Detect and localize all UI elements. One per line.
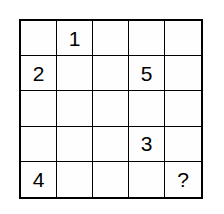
grid-cell-r3c3 bbox=[93, 91, 129, 126]
grid-cell-r1c1 bbox=[21, 21, 57, 56]
grid-cell-r4c1 bbox=[21, 127, 57, 162]
grid-cell-r4c3 bbox=[93, 127, 129, 162]
grid-cell-r2c5 bbox=[165, 56, 201, 91]
grid-cell-r1c5 bbox=[165, 21, 201, 56]
grid-cell-r4c2 bbox=[57, 127, 93, 162]
grid-cell-r2c4: 5 bbox=[129, 56, 165, 91]
grid-cell-r1c3 bbox=[93, 21, 129, 56]
grid-cell-r1c2: 1 bbox=[57, 21, 93, 56]
grid-cell-r5c5: ? bbox=[165, 162, 201, 197]
grid-cell-r2c2 bbox=[57, 56, 93, 91]
grid-cell-r4c5 bbox=[165, 127, 201, 162]
grid-cell-r3c5 bbox=[165, 91, 201, 126]
grid-cell-r3c1 bbox=[21, 91, 57, 126]
puzzle-grid: 12534? bbox=[19, 19, 203, 199]
grid-cell-r3c2 bbox=[57, 91, 93, 126]
grid-cell-r5c3 bbox=[93, 162, 129, 197]
grid-cell-r5c2 bbox=[57, 162, 93, 197]
grid-cell-r2c3 bbox=[93, 56, 129, 91]
grid-cell-r1c4 bbox=[129, 21, 165, 56]
grid-cell-r3c4 bbox=[129, 91, 165, 126]
grid-cell-r2c1: 2 bbox=[21, 56, 57, 91]
grid-cell-r5c1: 4 bbox=[21, 162, 57, 197]
grid-cell-r4c4: 3 bbox=[129, 127, 165, 162]
puzzle-page: 12534? bbox=[0, 0, 224, 214]
grid-cell-r5c4 bbox=[129, 162, 165, 197]
